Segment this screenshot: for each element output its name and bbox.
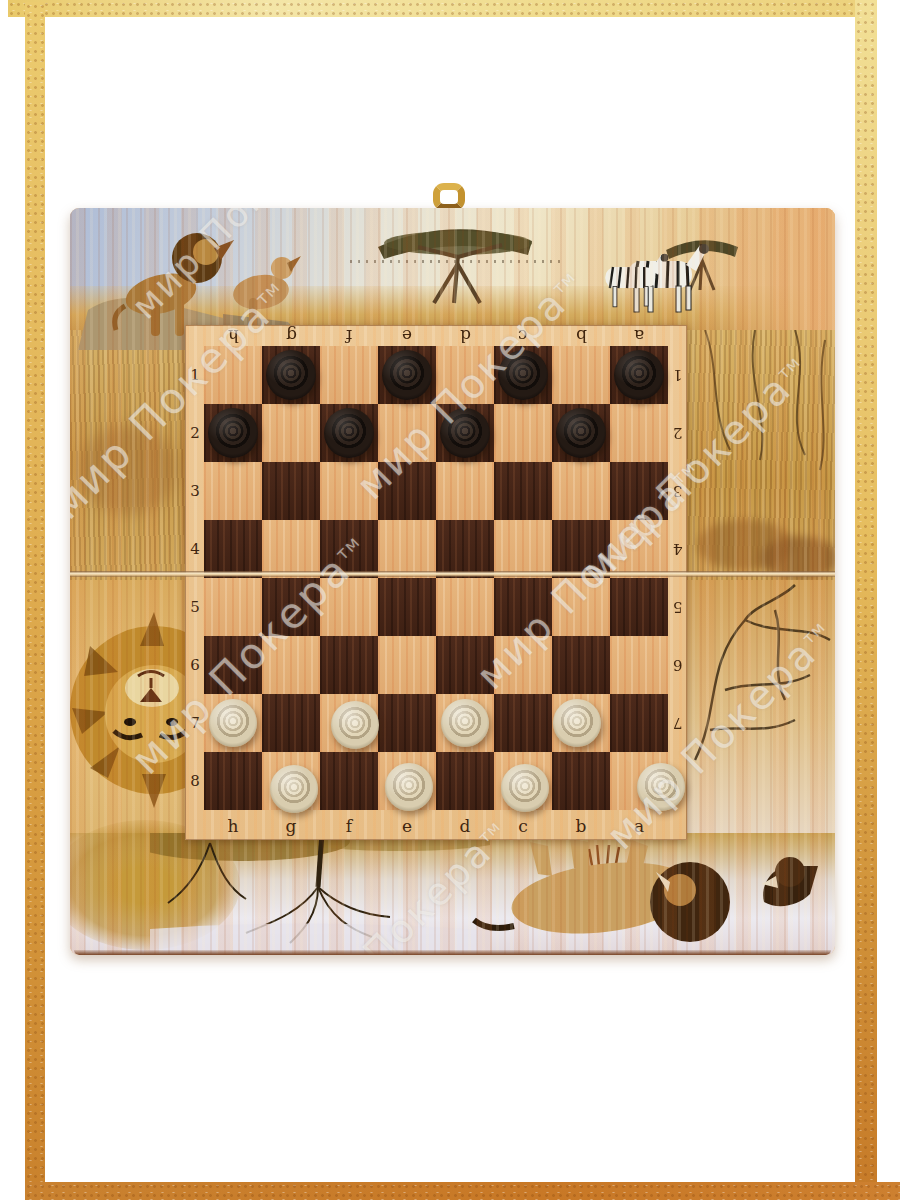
rank-label: 7 [190,714,200,732]
file-labels-bottom: hgfedcba [204,810,668,841]
square-d1[interactable] [436,346,494,404]
square-c4[interactable] [494,520,552,578]
file-label: b [576,326,587,346]
checker-light-c8[interactable] [501,764,549,812]
gold-frame-right [855,0,877,1200]
square-a5[interactable] [610,578,668,636]
square-h5[interactable] [204,578,262,636]
file-label: b [576,816,587,836]
lioness-resting-icon [78,425,178,515]
artwork-bottom-inverted-scene [70,833,835,955]
rank-label: 5 [673,598,683,616]
artwork-left-grass [70,330,190,580]
rank-label: 2 [673,424,683,442]
checker-dark-b2[interactable] [556,408,606,458]
square-b1[interactable] [552,346,610,404]
checker-dark-d2[interactable] [440,408,490,458]
square-c6[interactable] [494,636,552,694]
rank-label: 8 [190,772,200,790]
file-label: g [286,816,297,836]
rank-label: 6 [673,656,683,674]
file-label: d [460,816,471,836]
square-d5[interactable] [436,578,494,636]
checker-light-e8[interactable] [385,763,433,811]
square-f8[interactable] [320,752,378,810]
file-label: f [346,816,352,836]
square-g6[interactable] [262,636,320,694]
square-b8[interactable] [552,752,610,810]
square-e3[interactable] [378,462,436,520]
checker-dark-f2[interactable] [324,408,374,458]
game-box: hgfedcba hgfedcba 12345678 12345678 мир … [70,208,835,955]
checker-light-a8[interactable] [637,763,685,811]
square-e4[interactable] [378,520,436,578]
square-e2[interactable] [378,404,436,462]
artwork-sky-fade [680,208,835,338]
rank-label: 6 [190,656,200,674]
square-g3[interactable] [262,462,320,520]
checker-light-f7[interactable] [331,701,379,749]
square-e7[interactable] [378,694,436,752]
square-f5[interactable] [320,578,378,636]
file-label: a [634,816,644,836]
square-d4[interactable] [436,520,494,578]
checker-light-b7[interactable] [553,699,601,747]
gold-frame-left [25,2,45,1198]
file-label: c [518,816,528,836]
artwork-right-grass [685,330,835,580]
file-label: c [518,326,528,346]
square-h1[interactable] [204,346,262,404]
square-h6[interactable] [204,636,262,694]
rank-labels-right: 12345678 [668,346,688,810]
square-a2[interactable] [610,404,668,462]
rank-label: 3 [673,482,683,500]
artwork-left-lower-grass [70,580,188,835]
square-b6[interactable] [552,636,610,694]
square-h8[interactable] [204,752,262,810]
impala-inverted-icon [575,841,633,903]
square-a6[interactable] [610,636,668,694]
file-label: d [460,326,471,346]
box-bottom-edge [74,950,831,955]
file-label: h [228,816,239,836]
rank-label: 1 [673,366,683,384]
file-label: h [228,326,239,346]
square-e5[interactable] [378,578,436,636]
square-f1[interactable] [320,346,378,404]
bare-branches-icon [685,580,835,838]
square-g5[interactable] [262,578,320,636]
checker-dark-a1[interactable] [614,350,664,400]
square-b4[interactable] [552,520,610,578]
hanger-ring-icon [433,183,465,211]
rank-labels-left: 12345678 [186,346,204,810]
square-d3[interactable] [436,462,494,520]
file-label: a [634,326,644,346]
square-a7[interactable] [610,694,668,752]
checker-dark-h2[interactable] [208,408,258,458]
artwork-wildebeest-herd [350,260,565,263]
acacia-tree-small-icon [662,230,742,292]
checkers-board: hgfedcba hgfedcba 12345678 12345678 [185,325,687,840]
inverted-trees-icon [150,833,490,951]
square-g4[interactable] [262,520,320,578]
acacia-tree-icon [370,213,540,305]
square-e6[interactable] [378,636,436,694]
checker-dark-e1[interactable] [382,350,432,400]
square-c5[interactable] [494,578,552,636]
square-h4[interactable] [204,520,262,578]
artwork-sky [70,208,835,333]
square-f4[interactable] [320,520,378,578]
artwork-right-lower [685,580,835,838]
file-label: g [286,326,297,346]
rank-label: 3 [190,482,200,500]
square-a3[interactable] [610,462,668,520]
rank-label: 2 [190,424,200,442]
checker-dark-c1[interactable] [498,350,548,400]
dry-branches-icon [685,330,835,580]
file-label: e [402,326,412,346]
watermark-text: мир Покератм [123,208,346,327]
square-f6[interactable] [320,636,378,694]
square-d6[interactable] [436,636,494,694]
file-label: f [346,326,352,346]
checker-light-g8[interactable] [270,765,318,813]
fighting-lions-inverted-icon [418,836,818,952]
square-g7[interactable] [262,694,320,752]
hinge-seam [70,571,835,577]
rank-label: 5 [190,598,200,616]
square-c3[interactable] [494,462,552,520]
square-f3[interactable] [320,462,378,520]
square-a4[interactable] [610,520,668,578]
square-d8[interactable] [436,752,494,810]
square-h3[interactable] [204,462,262,520]
gold-frame-bottom [25,1182,900,1200]
file-labels-top: hgfedcba [204,326,668,346]
square-c2[interactable] [494,404,552,462]
rank-label: 4 [673,540,683,558]
rank-label: 7 [673,714,683,732]
zebra-icon [588,243,713,315]
gold-frame-top [8,0,877,17]
square-b5[interactable] [552,578,610,636]
square-c7[interactable] [494,694,552,752]
square-b3[interactable] [552,462,610,520]
rank-label: 4 [190,540,200,558]
file-label: e [402,816,412,836]
checker-light-d7[interactable] [441,699,489,747]
square-g2[interactable] [262,404,320,462]
rank-label: 1 [190,366,200,384]
checker-dark-g1[interactable] [266,350,316,400]
checker-light-h7[interactable] [209,699,257,747]
